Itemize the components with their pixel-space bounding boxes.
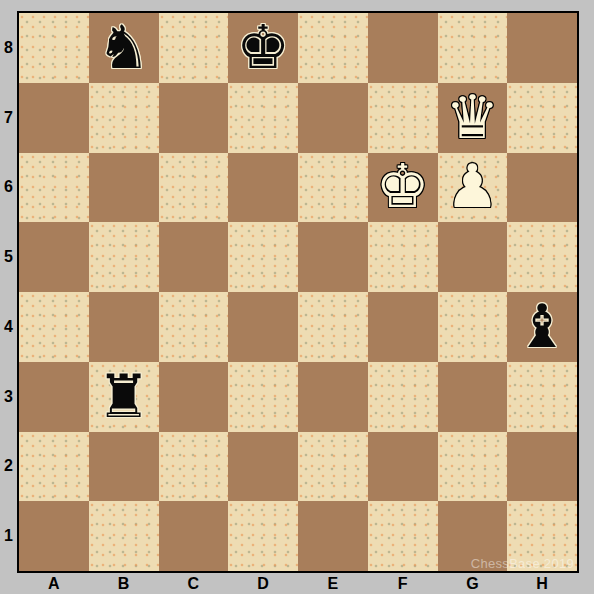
square-g7[interactable]: ♛ bbox=[438, 83, 508, 153]
square-c6[interactable] bbox=[159, 153, 229, 223]
square-b2[interactable] bbox=[89, 432, 159, 502]
square-e2[interactable] bbox=[298, 432, 368, 502]
black-rook[interactable]: ♜ bbox=[97, 366, 151, 426]
square-d7[interactable] bbox=[228, 83, 298, 153]
square-f1[interactable] bbox=[368, 501, 438, 571]
file-label-a: A bbox=[19, 574, 89, 594]
square-a5[interactable] bbox=[19, 222, 89, 292]
square-a7[interactable] bbox=[19, 83, 89, 153]
chess-diagram: ChessBase 2019 ♞♚♛♚♟♝♜ 87654321 ABCDEFGH bbox=[0, 0, 594, 594]
file-label-c: C bbox=[159, 574, 229, 594]
rank-label-7: 7 bbox=[0, 83, 17, 153]
square-e7[interactable] bbox=[298, 83, 368, 153]
square-c5[interactable] bbox=[159, 222, 229, 292]
square-g6[interactable]: ♟ bbox=[438, 153, 508, 223]
square-c3[interactable] bbox=[159, 362, 229, 432]
square-b8[interactable]: ♞ bbox=[89, 13, 159, 83]
square-e3[interactable] bbox=[298, 362, 368, 432]
file-label-e: E bbox=[298, 574, 368, 594]
square-a4[interactable] bbox=[19, 292, 89, 362]
square-c2[interactable] bbox=[159, 432, 229, 502]
square-b3[interactable]: ♜ bbox=[89, 362, 159, 432]
black-bishop[interactable]: ♝ bbox=[515, 296, 569, 356]
rank-label-8: 8 bbox=[0, 13, 17, 83]
square-f2[interactable] bbox=[368, 432, 438, 502]
rank-label-3: 3 bbox=[0, 362, 17, 432]
square-b6[interactable] bbox=[89, 153, 159, 223]
square-g3[interactable] bbox=[438, 362, 508, 432]
square-f6[interactable]: ♚ bbox=[368, 153, 438, 223]
square-a2[interactable] bbox=[19, 432, 89, 502]
square-h7[interactable] bbox=[507, 83, 577, 153]
black-knight[interactable]: ♞ bbox=[97, 17, 151, 77]
square-d4[interactable] bbox=[228, 292, 298, 362]
black-king[interactable]: ♚ bbox=[236, 17, 290, 77]
square-h2[interactable] bbox=[507, 432, 577, 502]
rank-label-6: 6 bbox=[0, 153, 17, 223]
square-c4[interactable] bbox=[159, 292, 229, 362]
rank-label-4: 4 bbox=[0, 292, 17, 362]
square-c8[interactable] bbox=[159, 13, 229, 83]
square-g8[interactable] bbox=[438, 13, 508, 83]
square-d6[interactable] bbox=[228, 153, 298, 223]
square-g2[interactable] bbox=[438, 432, 508, 502]
square-g4[interactable] bbox=[438, 292, 508, 362]
white-pawn[interactable]: ♟ bbox=[445, 156, 499, 216]
square-h4[interactable]: ♝ bbox=[507, 292, 577, 362]
rank-label-1: 1 bbox=[0, 501, 17, 571]
square-e1[interactable] bbox=[298, 501, 368, 571]
square-h8[interactable] bbox=[507, 13, 577, 83]
square-f5[interactable] bbox=[368, 222, 438, 292]
white-queen[interactable]: ♛ bbox=[445, 87, 499, 147]
white-king[interactable]: ♚ bbox=[376, 156, 430, 216]
square-e8[interactable] bbox=[298, 13, 368, 83]
square-f4[interactable] bbox=[368, 292, 438, 362]
square-d2[interactable] bbox=[228, 432, 298, 502]
square-e6[interactable] bbox=[298, 153, 368, 223]
rank-label-2: 2 bbox=[0, 432, 17, 502]
file-label-h: H bbox=[507, 574, 577, 594]
square-c1[interactable] bbox=[159, 501, 229, 571]
square-a8[interactable] bbox=[19, 13, 89, 83]
square-e4[interactable] bbox=[298, 292, 368, 362]
square-f8[interactable] bbox=[368, 13, 438, 83]
file-label-f: F bbox=[368, 574, 438, 594]
square-a1[interactable] bbox=[19, 501, 89, 571]
square-g5[interactable] bbox=[438, 222, 508, 292]
square-h1[interactable] bbox=[507, 501, 577, 571]
square-f7[interactable] bbox=[368, 83, 438, 153]
square-h3[interactable] bbox=[507, 362, 577, 432]
file-label-d: D bbox=[228, 574, 298, 594]
rank-label-5: 5 bbox=[0, 222, 17, 292]
square-h5[interactable] bbox=[507, 222, 577, 292]
square-b5[interactable] bbox=[89, 222, 159, 292]
square-d5[interactable] bbox=[228, 222, 298, 292]
square-h6[interactable] bbox=[507, 153, 577, 223]
square-e5[interactable] bbox=[298, 222, 368, 292]
square-a6[interactable] bbox=[19, 153, 89, 223]
square-g1[interactable] bbox=[438, 501, 508, 571]
square-d1[interactable] bbox=[228, 501, 298, 571]
square-d3[interactable] bbox=[228, 362, 298, 432]
square-c7[interactable] bbox=[159, 83, 229, 153]
square-a3[interactable] bbox=[19, 362, 89, 432]
chess-board: ChessBase 2019 ♞♚♛♚♟♝♜ bbox=[17, 11, 579, 573]
square-d8[interactable]: ♚ bbox=[228, 13, 298, 83]
square-f3[interactable] bbox=[368, 362, 438, 432]
file-label-g: G bbox=[438, 574, 508, 594]
square-b4[interactable] bbox=[89, 292, 159, 362]
file-label-b: B bbox=[89, 574, 159, 594]
square-b7[interactable] bbox=[89, 83, 159, 153]
square-b1[interactable] bbox=[89, 501, 159, 571]
